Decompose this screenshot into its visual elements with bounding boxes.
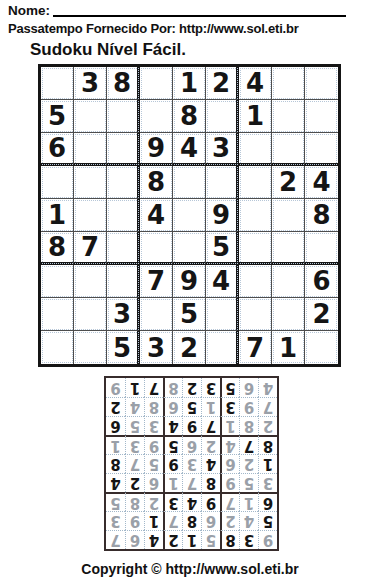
cell-r5c4: 4 bbox=[140, 199, 173, 232]
solution-cell-r3c5: 4 bbox=[182, 492, 201, 511]
cell-r1c7: 4 bbox=[239, 67, 272, 100]
cell-r8c1 bbox=[41, 298, 74, 331]
solution-cell-r7c8: 5 bbox=[125, 416, 144, 435]
cell-r3c6: 3 bbox=[206, 133, 239, 166]
cell-r9c4: 3 bbox=[140, 331, 173, 364]
solution-cell-r5c8: 7 bbox=[125, 454, 144, 473]
cell-r4c3 bbox=[107, 166, 140, 199]
solution-cell-r5c7: 5 bbox=[144, 454, 163, 473]
cell-r5c5 bbox=[173, 199, 206, 232]
solution-cell-r8c7: 8 bbox=[144, 397, 163, 416]
solution-cell-r2c7: 1 bbox=[144, 511, 163, 530]
page-title: Sudoku Nível Fácil. bbox=[30, 40, 186, 60]
solution-cell-r1c1: 9 bbox=[258, 530, 277, 549]
solution-cell-r1c9: 7 bbox=[106, 530, 125, 549]
solution-cell-r5c1: 1 bbox=[258, 454, 277, 473]
cell-r2c1: 5 bbox=[41, 100, 74, 133]
cell-r6c8 bbox=[272, 232, 305, 265]
cell-r3c7 bbox=[239, 133, 272, 166]
cell-r2c3 bbox=[107, 100, 140, 133]
solution-cell-r8c8: 4 bbox=[125, 397, 144, 416]
cell-r4c7 bbox=[239, 166, 272, 199]
solution-cell-r6c8: 3 bbox=[125, 435, 144, 454]
solution-cell-r8c9: 2 bbox=[106, 397, 125, 416]
cell-r7c2 bbox=[74, 265, 107, 298]
cell-r4c6 bbox=[206, 166, 239, 199]
cell-r8c3: 3 bbox=[107, 298, 140, 331]
cell-r7c9: 6 bbox=[305, 265, 338, 298]
cell-r4c2 bbox=[74, 166, 107, 199]
cell-r7c7 bbox=[239, 265, 272, 298]
cell-r2c5: 8 bbox=[173, 100, 206, 133]
solution-cell-r1c6: 2 bbox=[163, 530, 182, 549]
solution-cell-r7c1: 2 bbox=[258, 416, 277, 435]
solution-cell-r1c2: 3 bbox=[239, 530, 258, 549]
cell-r5c9: 8 bbox=[305, 199, 338, 232]
solution-cell-r6c1: 8 bbox=[258, 435, 277, 454]
name-row: Nome: bbox=[8, 3, 346, 18]
solution-cell-r9c1: 4 bbox=[258, 378, 277, 397]
solution-cell-r2c2: 4 bbox=[239, 511, 258, 530]
solution-cell-r7c7: 3 bbox=[144, 416, 163, 435]
solution-cell-r5c9: 8 bbox=[106, 454, 125, 473]
solution-cell-r4c8: 2 bbox=[125, 473, 144, 492]
cell-r2c8 bbox=[272, 100, 305, 133]
cell-r2c4 bbox=[140, 100, 173, 133]
cell-r5c6: 9 bbox=[206, 199, 239, 232]
cell-r6c4 bbox=[140, 232, 173, 265]
solution-cell-r2c1: 5 bbox=[258, 511, 277, 530]
copyright-line: Copyright © http://www.sol.eti.br bbox=[0, 561, 380, 577]
cell-r6c6: 5 bbox=[206, 232, 239, 265]
cell-r9c6 bbox=[206, 331, 239, 364]
solution-cell-r4c9: 4 bbox=[106, 473, 125, 492]
cell-r1c6: 2 bbox=[206, 67, 239, 100]
solution-cell-r7c9: 6 bbox=[106, 416, 125, 435]
cell-r1c9 bbox=[305, 67, 338, 100]
solution-cell-r9c8: 1 bbox=[125, 378, 144, 397]
solution-cell-r6c7: 9 bbox=[144, 435, 163, 454]
cell-r7c5: 9 bbox=[173, 265, 206, 298]
solution-cell-r6c3: 4 bbox=[220, 435, 239, 454]
cell-r3c5: 4 bbox=[173, 133, 206, 166]
cell-r3c8 bbox=[272, 133, 305, 166]
solution-cell-r9c7: 7 bbox=[144, 378, 163, 397]
solution-cell-r3c8: 8 bbox=[125, 492, 144, 511]
cell-r4c4: 8 bbox=[140, 166, 173, 199]
cell-r1c4 bbox=[140, 67, 173, 100]
cell-r5c7 bbox=[239, 199, 272, 232]
solution-cell-r9c5: 2 bbox=[182, 378, 201, 397]
solution-cell-r3c4: 9 bbox=[201, 492, 220, 511]
cell-r1c3: 8 bbox=[107, 67, 140, 100]
solution-cell-r1c8: 6 bbox=[125, 530, 144, 549]
solution-cell-r8c2: 9 bbox=[239, 397, 258, 416]
solution-cell-r9c2: 6 bbox=[239, 378, 258, 397]
cell-r5c1: 1 bbox=[41, 199, 74, 232]
cell-r3c9 bbox=[305, 133, 338, 166]
cell-r6c5 bbox=[173, 232, 206, 265]
solution-cell-r8c5: 5 bbox=[182, 397, 201, 416]
sudoku-grid: 3812458169438241498875794635253271 bbox=[38, 64, 341, 367]
cell-r8c6 bbox=[206, 298, 239, 331]
cell-r9c7: 7 bbox=[239, 331, 272, 364]
solution-cell-r9c9: 9 bbox=[106, 378, 125, 397]
cell-r8c2 bbox=[74, 298, 107, 331]
solution-cell-r6c4: 2 bbox=[201, 435, 220, 454]
solution-cell-r3c7: 2 bbox=[144, 492, 163, 511]
solution-cell-r8c3: 3 bbox=[220, 397, 239, 416]
solution-cell-r3c2: 1 bbox=[239, 492, 258, 511]
solution-cell-r4c7: 6 bbox=[144, 473, 163, 492]
solution-cell-r5c2: 2 bbox=[239, 454, 258, 473]
solution-cell-r3c1: 6 bbox=[258, 492, 277, 511]
solution-cell-r8c4: 1 bbox=[201, 397, 220, 416]
solution-cell-r7c6: 4 bbox=[163, 416, 182, 435]
solution-cell-r6c5: 6 bbox=[182, 435, 201, 454]
cell-r8c9: 2 bbox=[305, 298, 338, 331]
cell-r7c4: 7 bbox=[140, 265, 173, 298]
solution-cell-r5c5: 3 bbox=[182, 454, 201, 473]
cell-r4c9: 4 bbox=[305, 166, 338, 199]
worksheet-page: Nome: Passatempo Fornecido Por: http://w… bbox=[0, 0, 380, 585]
cell-r5c3 bbox=[107, 199, 140, 232]
solution-cell-r8c1: 7 bbox=[258, 397, 277, 416]
solution-cell-r2c6: 7 bbox=[163, 511, 182, 530]
cell-r1c2: 3 bbox=[74, 67, 107, 100]
solution-cell-r2c4: 6 bbox=[201, 511, 220, 530]
cell-r2c6 bbox=[206, 100, 239, 133]
solution-cell-r7c2: 8 bbox=[239, 416, 258, 435]
solution-cell-r5c6: 9 bbox=[163, 454, 182, 473]
cell-r6c2: 7 bbox=[74, 232, 107, 265]
cell-r5c8 bbox=[272, 199, 305, 232]
cell-r3c4: 9 bbox=[140, 133, 173, 166]
solution-cell-r6c9: 1 bbox=[106, 435, 125, 454]
cell-r8c8 bbox=[272, 298, 305, 331]
solution-cell-r3c3: 7 bbox=[220, 492, 239, 511]
solution-cell-r7c3: 1 bbox=[220, 416, 239, 435]
solution-cell-r9c4: 3 bbox=[201, 378, 220, 397]
solution-cell-r4c3: 9 bbox=[220, 473, 239, 492]
solution-grid: 9385124675426871936179432853598716241264… bbox=[104, 376, 279, 551]
cell-r3c3 bbox=[107, 133, 140, 166]
solution-cell-r1c5: 1 bbox=[182, 530, 201, 549]
cell-r7c8 bbox=[272, 265, 305, 298]
solution-cell-r6c6: 5 bbox=[163, 435, 182, 454]
cell-r6c1: 8 bbox=[41, 232, 74, 265]
cell-r9c2 bbox=[74, 331, 107, 364]
solution-cell-r7c5: 9 bbox=[182, 416, 201, 435]
solution-cell-r4c6: 1 bbox=[163, 473, 182, 492]
cell-r2c9 bbox=[305, 100, 338, 133]
solution-cell-r5c3: 6 bbox=[220, 454, 239, 473]
solution-cell-r2c5: 8 bbox=[182, 511, 201, 530]
cell-r4c8: 2 bbox=[272, 166, 305, 199]
solution-cell-r9c3: 5 bbox=[220, 378, 239, 397]
name-label: Nome: bbox=[8, 3, 50, 18]
cell-r6c3 bbox=[107, 232, 140, 265]
solution-cell-r8c6: 6 bbox=[163, 397, 182, 416]
solution-cell-r2c8: 9 bbox=[125, 511, 144, 530]
solution-cell-r1c3: 8 bbox=[220, 530, 239, 549]
provider-line: Passatempo Fornecido Por: http://www.sol… bbox=[8, 21, 299, 36]
cell-r6c7 bbox=[239, 232, 272, 265]
cell-r9c1 bbox=[41, 331, 74, 364]
solution-cell-r2c9: 3 bbox=[106, 511, 125, 530]
cell-r4c5 bbox=[173, 166, 206, 199]
solution-cell-r4c2: 5 bbox=[239, 473, 258, 492]
solution-cell-r7c4: 7 bbox=[201, 416, 220, 435]
cell-r2c7: 1 bbox=[239, 100, 272, 133]
cell-r8c4 bbox=[140, 298, 173, 331]
solution-cell-r9c6: 8 bbox=[163, 378, 182, 397]
cell-r6c9 bbox=[305, 232, 338, 265]
cell-r7c3 bbox=[107, 265, 140, 298]
cell-r1c1 bbox=[41, 67, 74, 100]
cell-r9c8: 1 bbox=[272, 331, 305, 364]
cell-r3c1: 6 bbox=[41, 133, 74, 166]
solution-cell-r1c4: 5 bbox=[201, 530, 220, 549]
cell-r3c2 bbox=[74, 133, 107, 166]
solution-cell-r3c6: 3 bbox=[163, 492, 182, 511]
cell-r4c1 bbox=[41, 166, 74, 199]
cell-r1c8 bbox=[272, 67, 305, 100]
cell-r9c3: 5 bbox=[107, 331, 140, 364]
cell-r8c5: 5 bbox=[173, 298, 206, 331]
solution-cell-r6c2: 7 bbox=[239, 435, 258, 454]
cell-r1c5: 1 bbox=[173, 67, 206, 100]
cell-r9c5: 2 bbox=[173, 331, 206, 364]
solution-cell-r5c4: 4 bbox=[201, 454, 220, 473]
cell-r5c2 bbox=[74, 199, 107, 232]
name-underline bbox=[53, 14, 346, 17]
cell-r7c6: 4 bbox=[206, 265, 239, 298]
cell-r7c1 bbox=[41, 265, 74, 298]
solution-cell-r4c1: 3 bbox=[258, 473, 277, 492]
solution-cell-r4c4: 8 bbox=[201, 473, 220, 492]
cell-r2c2 bbox=[74, 100, 107, 133]
solution-cell-r4c5: 7 bbox=[182, 473, 201, 492]
cell-r8c7 bbox=[239, 298, 272, 331]
solution-cell-r1c7: 4 bbox=[144, 530, 163, 549]
cell-r9c9 bbox=[305, 331, 338, 364]
solution-cell-r3c9: 5 bbox=[106, 492, 125, 511]
solution-cell-r2c3: 2 bbox=[220, 511, 239, 530]
